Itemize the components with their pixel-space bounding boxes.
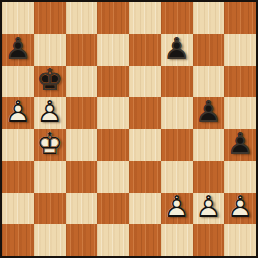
square-b5[interactable]: ♟♙ [34,97,66,129]
piece-fill-glyph: ♟ [34,96,66,128]
square-f1[interactable] [161,224,193,256]
black-pawn-piece-f7[interactable]: ♟♙ [161,34,193,66]
square-e8[interactable] [129,2,161,34]
square-g6[interactable] [193,66,225,98]
square-g2[interactable]: ♟♙ [193,193,225,225]
piece-fill-glyph: ♟ [161,33,193,65]
square-c6[interactable] [66,66,98,98]
square-b4[interactable]: ♚♔ [34,129,66,161]
square-c1[interactable] [66,224,98,256]
square-d7[interactable] [97,34,129,66]
square-f8[interactable] [161,2,193,34]
square-c5[interactable] [66,97,98,129]
square-a3[interactable] [2,161,34,193]
piece-fill-glyph: ♟ [2,96,34,128]
square-e1[interactable] [129,224,161,256]
black-pawn-piece-g5[interactable]: ♟♙ [193,97,225,129]
square-c4[interactable] [66,129,98,161]
square-b7[interactable] [34,34,66,66]
square-a1[interactable] [2,224,34,256]
square-a6[interactable] [2,66,34,98]
square-g7[interactable] [193,34,225,66]
square-f2[interactable]: ♟♙ [161,193,193,225]
square-e7[interactable] [129,34,161,66]
square-h7[interactable] [224,34,256,66]
square-g3[interactable] [193,161,225,193]
square-h4[interactable]: ♟♙ [224,129,256,161]
square-c2[interactable] [66,193,98,225]
piece-outline-glyph: ♙ [2,96,34,128]
white-king-piece-b4[interactable]: ♚♔ [34,129,66,161]
square-b2[interactable] [34,193,66,225]
piece-outline-glyph: ♙ [224,192,256,224]
square-g1[interactable] [193,224,225,256]
square-e5[interactable] [129,97,161,129]
square-f4[interactable] [161,129,193,161]
square-d2[interactable] [97,193,129,225]
piece-outline-glyph: ♙ [34,96,66,128]
square-g5[interactable]: ♟♙ [193,97,225,129]
piece-fill-glyph: ♟ [2,33,34,65]
square-a4[interactable] [2,129,34,161]
piece-fill-glyph: ♚ [34,65,66,97]
square-a7[interactable]: ♟♙ [2,34,34,66]
black-pawn-piece-a7[interactable]: ♟♙ [2,34,34,66]
square-c3[interactable] [66,161,98,193]
piece-outline-glyph: ♙ [224,128,256,160]
square-h8[interactable] [224,2,256,34]
chess-board: ♟♙♟♙♚♔♟♙♟♙♟♙♚♔♟♙♟♙♟♙♟♙ [0,0,258,258]
square-c7[interactable] [66,34,98,66]
square-h1[interactable] [224,224,256,256]
square-b3[interactable] [34,161,66,193]
square-d1[interactable] [97,224,129,256]
square-g8[interactable] [193,2,225,34]
piece-outline-glyph: ♙ [193,192,225,224]
piece-outline-glyph: ♔ [34,128,66,160]
white-pawn-piece-b5[interactable]: ♟♙ [34,97,66,129]
piece-outline-glyph: ♙ [161,33,193,65]
square-a5[interactable]: ♟♙ [2,97,34,129]
square-b1[interactable] [34,224,66,256]
square-f6[interactable] [161,66,193,98]
black-king-piece-b6[interactable]: ♚♔ [34,66,66,98]
square-f3[interactable] [161,161,193,193]
square-e6[interactable] [129,66,161,98]
piece-fill-glyph: ♟ [224,128,256,160]
square-d6[interactable] [97,66,129,98]
square-a8[interactable] [2,2,34,34]
square-f7[interactable]: ♟♙ [161,34,193,66]
piece-fill-glyph: ♟ [161,192,193,224]
square-f5[interactable] [161,97,193,129]
board-grid: ♟♙♟♙♚♔♟♙♟♙♟♙♚♔♟♙♟♙♟♙♟♙ [2,2,256,256]
square-h6[interactable] [224,66,256,98]
square-e3[interactable] [129,161,161,193]
black-pawn-piece-h4[interactable]: ♟♙ [224,129,256,161]
piece-outline-glyph: ♔ [34,65,66,97]
piece-outline-glyph: ♙ [161,192,193,224]
square-c8[interactable] [66,2,98,34]
square-a2[interactable] [2,193,34,225]
white-pawn-piece-f2[interactable]: ♟♙ [161,193,193,225]
square-e4[interactable] [129,129,161,161]
square-b8[interactable] [34,2,66,34]
piece-fill-glyph: ♟ [193,192,225,224]
square-d4[interactable] [97,129,129,161]
square-d8[interactable] [97,2,129,34]
square-h2[interactable]: ♟♙ [224,193,256,225]
piece-fill-glyph: ♚ [34,128,66,160]
square-h3[interactable] [224,161,256,193]
square-g4[interactable] [193,129,225,161]
piece-outline-glyph: ♙ [193,96,225,128]
piece-outline-glyph: ♙ [2,33,34,65]
square-d5[interactable] [97,97,129,129]
square-e2[interactable] [129,193,161,225]
white-pawn-piece-h2[interactable]: ♟♙ [224,193,256,225]
white-pawn-piece-g2[interactable]: ♟♙ [193,193,225,225]
white-pawn-piece-a5[interactable]: ♟♙ [2,97,34,129]
square-b6[interactable]: ♚♔ [34,66,66,98]
piece-fill-glyph: ♟ [193,96,225,128]
square-h5[interactable] [224,97,256,129]
piece-fill-glyph: ♟ [224,192,256,224]
square-d3[interactable] [97,161,129,193]
